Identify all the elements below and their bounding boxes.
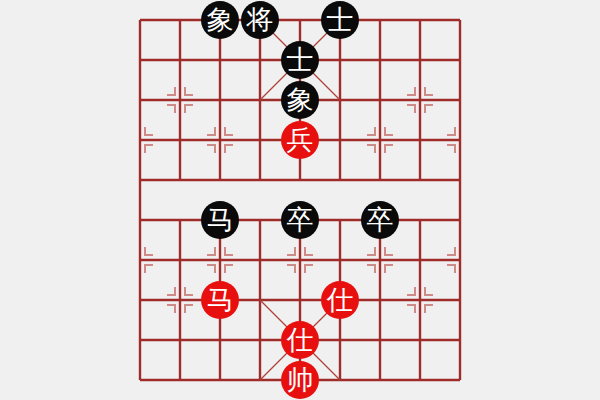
black-advisor[interactable]: 士 (321, 1, 359, 39)
black-horse[interactable]: 马 (201, 201, 239, 239)
black-soldier[interactable]: 卒 (281, 201, 319, 239)
black-general[interactable]: 将 (241, 1, 279, 39)
red-horse[interactable]: 马 (201, 281, 239, 319)
red-advisor[interactable]: 仕 (321, 281, 359, 319)
red-general[interactable]: 帅 (281, 361, 319, 399)
black-advisor[interactable]: 士 (281, 41, 319, 79)
red-advisor[interactable]: 仕 (281, 321, 319, 359)
pieces-layer: 象将士士象兵马卒卒马仕仕帅 (0, 0, 600, 400)
xiangqi-board[interactable]: 象将士士象兵马卒卒马仕仕帅 (0, 0, 600, 400)
black-elephant[interactable]: 象 (281, 81, 319, 119)
black-soldier[interactable]: 卒 (361, 201, 399, 239)
black-elephant[interactable]: 象 (201, 1, 239, 39)
red-soldier[interactable]: 兵 (281, 121, 319, 159)
